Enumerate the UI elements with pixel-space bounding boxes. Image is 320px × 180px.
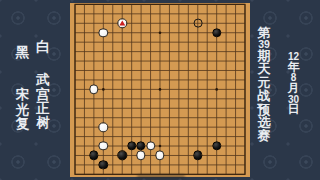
vertical-char: 日 [286,104,301,116]
black-player-label: 黑 [15,44,30,62]
watermark-smudge [137,174,185,179]
star-point [159,145,162,148]
vertical-char: 树 [36,116,51,130]
star-point [215,88,218,91]
star-point [159,88,162,91]
event-title-vertical: 第39期天元战预选赛 [256,26,272,143]
vertical-char: 复 [15,117,30,131]
event-date-vertical: 12年8月30日 [286,52,301,116]
triangle-marker-icon [119,20,125,25]
star-point [159,31,162,34]
star-point [102,88,105,91]
black-player-name: 宋光复 [15,88,30,131]
go-board[interactable] [70,3,250,177]
video-frame: 白 武宫正树 黑 宋光复 第39期天元战预选赛 12年8月30日 [0,0,320,180]
vertical-char: 第 [256,26,272,39]
vertical-char: 赛 [256,130,272,143]
white-player-label: 白 [36,38,51,56]
circle-annotation [193,19,202,28]
white-player-name: 武宫正树 [36,73,51,131]
